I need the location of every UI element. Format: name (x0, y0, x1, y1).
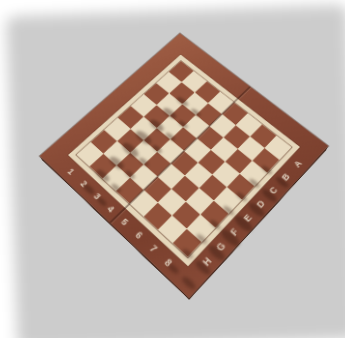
piece-glyph: ♜ (175, 236, 200, 288)
rank-label: 5 (119, 217, 130, 228)
file-label: A (292, 158, 304, 169)
piece-glyph: ♟ (92, 165, 111, 205)
rank-label: 1 (66, 167, 77, 177)
rank-label: 4 (105, 204, 116, 215)
scene: ♜♞♝♛♚♝♞♜♟♟♟♟♟♟♟♟♟♟♟♟♟♟♟♟♜♞♝♛♚♝♞♜ 1234567… (0, 0, 345, 338)
camera-roll-wrapper: ♜♞♝♛♚♝♞♜♟♟♟♟♟♟♟♟♟♟♟♟♟♟♟♟♜♞♝♛♚♝♞♜ 1234567… (0, 0, 345, 338)
product-photo: ♜♞♝♛♚♝♞♜♟♟♟♟♟♟♟♟♟♟♟♟♟♟♟♟♜♞♝♛♚♝♞♜ 1234567… (0, 0, 345, 338)
rank-label: 7 (148, 243, 159, 254)
rank-label: 6 (133, 230, 144, 241)
